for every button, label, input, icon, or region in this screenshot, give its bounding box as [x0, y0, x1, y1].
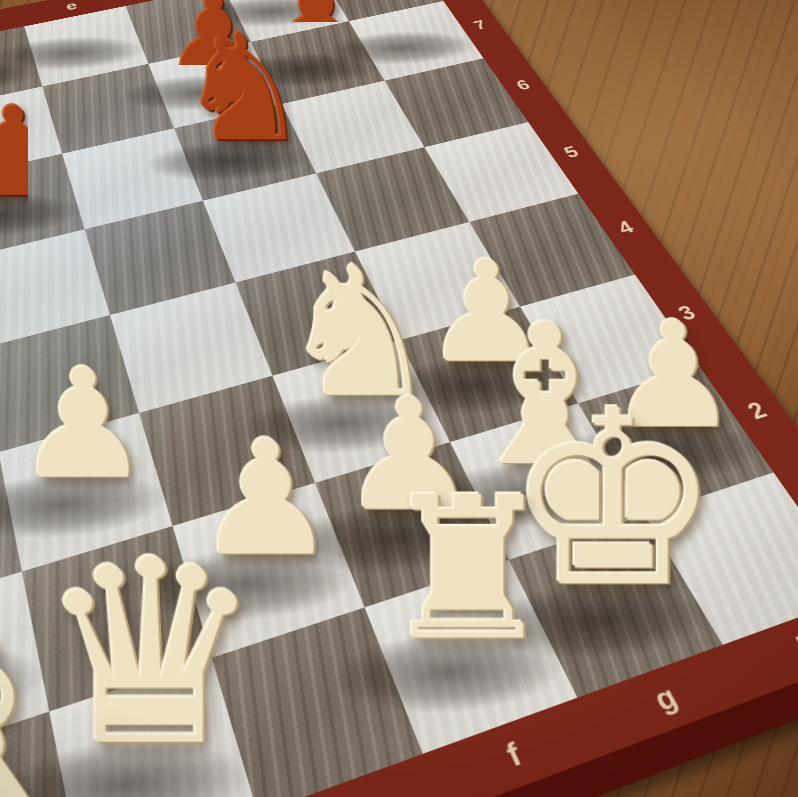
chess-board: aabbccddeeffgghh1122334455667788♜♞♝♛♜♚♟♟… — [0, 0, 798, 797]
chess-scene: aabbccddeeffgghh1122334455667788♜♞♝♛♜♚♟♟… — [0, 0, 798, 797]
board-perspective-wrap: aabbccddeeffgghh1122334455667788♜♞♝♛♜♚♟♟… — [0, 0, 678, 797]
piece-white-bishop-c1[interactable]: ♝ — [0, 602, 83, 797]
piece-white-rook-f1[interactable]: ♜ — [380, 470, 556, 667]
piece-white-pawn-d3[interactable]: ♟ — [16, 349, 151, 500]
